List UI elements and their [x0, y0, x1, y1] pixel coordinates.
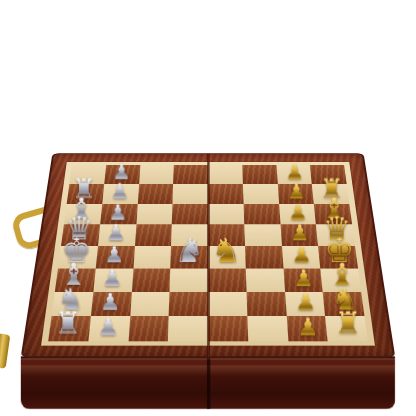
square-g8[interactable]: [276, 165, 312, 184]
square-c2[interactable]: [130, 292, 170, 316]
pawn-glyph: ♟: [102, 267, 123, 290]
square-c4[interactable]: [133, 246, 171, 268]
square-f6[interactable]: [243, 204, 280, 225]
square-f5[interactable]: [244, 225, 281, 246]
square-e8[interactable]: [208, 165, 243, 184]
square-d8[interactable]: [173, 165, 208, 184]
square-c8[interactable]: [139, 165, 174, 184]
rook-glyph: ♜: [55, 309, 82, 339]
photo-stage: ♜♝♛♚♝♞♜♟♟♟♟♟♟♟♟♞♞♟♟♟♟♟♟♟♟♜♝♛♚♝♞♜: [0, 0, 416, 416]
brass-clasp[interactable]: [0, 333, 10, 368]
square-h7[interactable]: [312, 184, 349, 204]
knight-glyph: ♞: [174, 233, 204, 267]
square-d3[interactable]: [170, 268, 208, 291]
piece-silver-pawn-b3[interactable]: ♟: [90, 267, 136, 290]
square-f1[interactable]: [247, 316, 288, 341]
square-c6[interactable]: [136, 204, 173, 225]
square-f2[interactable]: [246, 292, 286, 316]
piece-gold-knight-e4[interactable]: ♞: [204, 233, 249, 267]
square-g7[interactable]: [277, 184, 314, 204]
square-d2[interactable]: [169, 292, 208, 316]
square-f8[interactable]: [242, 165, 277, 184]
pawn-glyph: ♟: [98, 316, 119, 340]
square-d7[interactable]: [173, 184, 208, 204]
square-a8[interactable]: [69, 165, 106, 184]
square-f3[interactable]: [246, 268, 285, 291]
square-f4[interactable]: [245, 246, 283, 268]
chess-board: ♜♝♛♚♝♞♜♟♟♟♟♟♟♟♟♞♞♟♟♟♟♟♟♟♟♜♝♛♚♝♞♜: [21, 153, 396, 358]
chess-scene: ♜♝♛♚♝♞♜♟♟♟♟♟♟♟♟♞♞♟♟♟♟♟♟♟♟♜♝♛♚♝♞♜: [24, 76, 392, 412]
rook-glyph: ♜: [334, 309, 361, 339]
piece-silver-pawn-b1[interactable]: ♟: [84, 316, 132, 340]
square-b8[interactable]: [104, 165, 140, 184]
square-a7[interactable]: [67, 184, 104, 204]
square-h8[interactable]: [310, 165, 347, 184]
box-front-face: [21, 356, 395, 409]
square-c7[interactable]: [137, 184, 173, 204]
square-c3[interactable]: [131, 268, 170, 291]
pawn-glyph: ♟: [292, 244, 312, 266]
knight-glyph: ♞: [212, 233, 242, 267]
piece-gold-rook-h1[interactable]: ♜: [324, 309, 372, 339]
square-e3[interactable]: [208, 268, 246, 291]
square-e7[interactable]: [208, 184, 243, 204]
square-c1[interactable]: [128, 316, 169, 341]
pawn-glyph: ♟: [295, 291, 316, 314]
square-e6[interactable]: [208, 204, 244, 225]
square-g6[interactable]: [279, 204, 316, 225]
square-h6[interactable]: [314, 204, 352, 225]
square-b7[interactable]: [102, 184, 139, 204]
square-d6[interactable]: [172, 204, 208, 225]
square-a6[interactable]: [64, 204, 102, 225]
piece-silver-pawn-b4[interactable]: ♟: [92, 244, 137, 266]
pawn-glyph: ♟: [104, 244, 124, 266]
pawn-glyph: ♟: [293, 267, 314, 290]
square-e2[interactable]: [208, 292, 247, 316]
pawn-glyph: ♟: [297, 316, 318, 340]
square-e1[interactable]: [208, 316, 248, 341]
piece-silver-pawn-b2[interactable]: ♟: [87, 291, 134, 314]
square-b6[interactable]: [100, 204, 137, 225]
pawn-glyph: ♟: [100, 291, 121, 314]
square-f7[interactable]: [243, 184, 279, 204]
square-d1[interactable]: [168, 316, 208, 341]
